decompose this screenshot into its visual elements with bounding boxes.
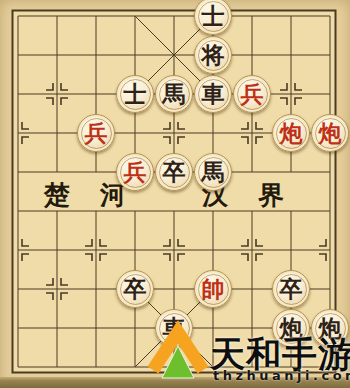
piece-black-general[interactable]: 将 [194,36,232,74]
piece-red-cannon[interactable]: 炮 [311,114,349,152]
piece-black-horse[interactable]: 馬 [194,153,232,191]
piece-red-soldier[interactable]: 兵 [116,153,154,191]
piece-red-general[interactable]: 帥 [194,270,232,308]
piece-red-soldier[interactable]: 兵 [233,75,271,113]
piece-black-soldier[interactable]: 卒 [155,153,193,191]
piece-black-cannon[interactable]: 炮 [311,309,349,347]
piece-red-soldier[interactable]: 兵 [77,114,115,152]
bottom-edge-strip [0,377,350,388]
piece-red-cannon[interactable]: 炮 [272,114,310,152]
piece-black-cannon[interactable]: 炮 [272,309,310,347]
piece-black-chariot[interactable]: 車 [155,309,193,347]
piece-black-chariot[interactable]: 車 [194,75,232,113]
piece-black-advisor[interactable]: 士 [116,75,154,113]
xiangqi-app: 楚河 汉界 士将士馬車兵兵炮炮兵卒馬卒帥卒車炮炮 天和手游 thzhuanji.… [0,0,350,388]
piece-black-soldier[interactable]: 卒 [272,270,310,308]
piece-black-horse[interactable]: 馬 [155,75,193,113]
piece-black-soldier[interactable]: 卒 [116,270,154,308]
